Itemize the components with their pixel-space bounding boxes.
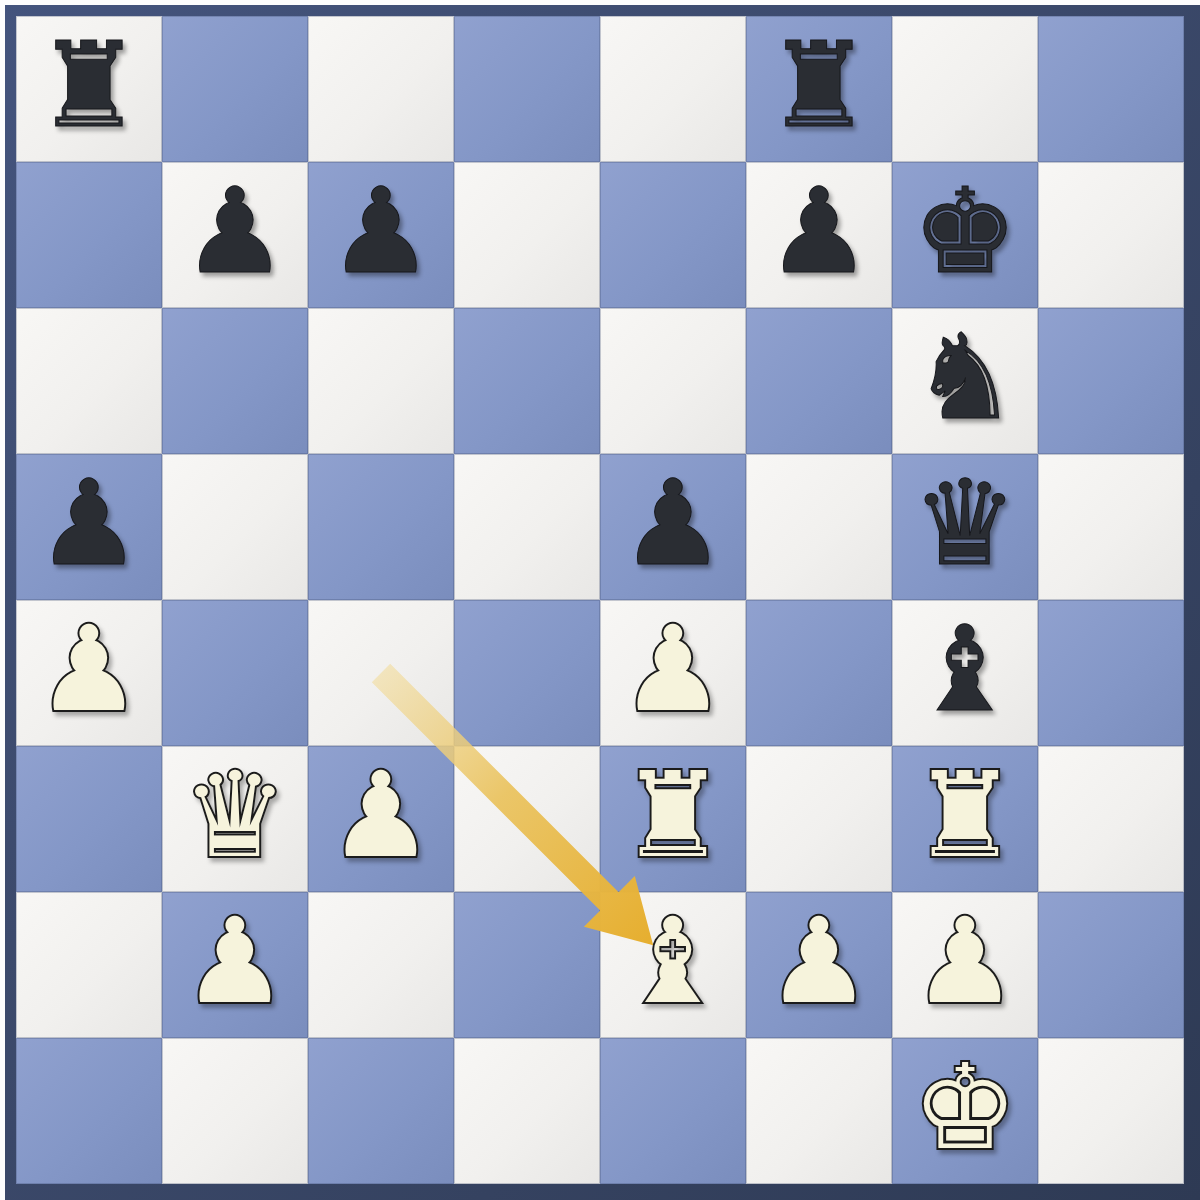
square-d1[interactable] — [454, 1038, 600, 1184]
piece-black-pawn-e5: ♟ — [620, 464, 726, 582]
square-h7[interactable] — [1038, 162, 1184, 308]
square-a4[interactable]: ♟ — [16, 600, 162, 746]
square-f8[interactable]: ♜ — [746, 16, 892, 162]
square-b7[interactable]: ♟ — [162, 162, 308, 308]
square-c6[interactable] — [308, 308, 454, 454]
square-e3[interactable]: ♜ — [600, 746, 746, 892]
square-f6[interactable] — [746, 308, 892, 454]
piece-black-rook-f8: ♜ — [766, 26, 872, 144]
square-b6[interactable] — [162, 308, 308, 454]
piece-black-knight-g6: ♞ — [912, 318, 1018, 436]
square-f3[interactable] — [746, 746, 892, 892]
square-c5[interactable] — [308, 454, 454, 600]
square-a3[interactable] — [16, 746, 162, 892]
square-c1[interactable] — [308, 1038, 454, 1184]
piece-white-rook-e3: ♜ — [620, 756, 726, 874]
square-f1[interactable] — [746, 1038, 892, 1184]
piece-white-queen-b3: ♛ — [182, 756, 288, 874]
square-d3[interactable] — [454, 746, 600, 892]
piece-black-pawn-a5: ♟ — [36, 464, 142, 582]
square-c3[interactable]: ♟ — [308, 746, 454, 892]
piece-black-rook-a8: ♜ — [36, 26, 142, 144]
piece-white-rook-g3: ♜ — [912, 756, 1018, 874]
square-g7[interactable]: ♚ — [892, 162, 1038, 308]
chess-board: ♜♜♟♟♟♚♞♟♟♛♟♟♝♛♟♜♜♟♝♟♟♚ — [16, 16, 1184, 1184]
square-g2[interactable]: ♟ — [892, 892, 1038, 1038]
square-b5[interactable] — [162, 454, 308, 600]
piece-black-bishop-g4: ♝ — [912, 610, 1018, 728]
square-d5[interactable] — [454, 454, 600, 600]
square-a7[interactable] — [16, 162, 162, 308]
square-e4[interactable]: ♟ — [600, 600, 746, 746]
square-h4[interactable] — [1038, 600, 1184, 746]
square-a8[interactable]: ♜ — [16, 16, 162, 162]
square-f7[interactable]: ♟ — [746, 162, 892, 308]
square-g3[interactable]: ♜ — [892, 746, 1038, 892]
square-h2[interactable] — [1038, 892, 1184, 1038]
square-b1[interactable] — [162, 1038, 308, 1184]
square-f5[interactable] — [746, 454, 892, 600]
piece-black-queen-g5: ♛ — [912, 464, 1018, 582]
piece-white-pawn-b2: ♟ — [182, 902, 288, 1020]
square-d7[interactable] — [454, 162, 600, 308]
square-c2[interactable] — [308, 892, 454, 1038]
square-e7[interactable] — [600, 162, 746, 308]
square-d4[interactable] — [454, 600, 600, 746]
square-e1[interactable] — [600, 1038, 746, 1184]
square-h6[interactable] — [1038, 308, 1184, 454]
piece-white-pawn-e4: ♟ — [620, 610, 726, 728]
square-a2[interactable] — [16, 892, 162, 1038]
square-d8[interactable] — [454, 16, 600, 162]
piece-white-pawn-g2: ♟ — [912, 902, 1018, 1020]
piece-white-bishop-e2: ♝ — [620, 902, 726, 1020]
piece-black-pawn-c7: ♟ — [328, 172, 434, 290]
square-h8[interactable] — [1038, 16, 1184, 162]
square-g4[interactable]: ♝ — [892, 600, 1038, 746]
square-g6[interactable]: ♞ — [892, 308, 1038, 454]
square-h5[interactable] — [1038, 454, 1184, 600]
square-c7[interactable]: ♟ — [308, 162, 454, 308]
square-d2[interactable] — [454, 892, 600, 1038]
piece-black-pawn-f7: ♟ — [766, 172, 872, 290]
square-b4[interactable] — [162, 600, 308, 746]
square-g5[interactable]: ♛ — [892, 454, 1038, 600]
square-a6[interactable] — [16, 308, 162, 454]
square-b8[interactable] — [162, 16, 308, 162]
piece-white-pawn-c3: ♟ — [328, 756, 434, 874]
square-a5[interactable]: ♟ — [16, 454, 162, 600]
square-b3[interactable]: ♛ — [162, 746, 308, 892]
square-g8[interactable] — [892, 16, 1038, 162]
square-c4[interactable] — [308, 600, 454, 746]
square-f2[interactable]: ♟ — [746, 892, 892, 1038]
square-a1[interactable] — [16, 1038, 162, 1184]
square-e5[interactable]: ♟ — [600, 454, 746, 600]
square-h1[interactable] — [1038, 1038, 1184, 1184]
piece-white-king-g1: ♚ — [912, 1048, 1018, 1166]
piece-black-pawn-b7: ♟ — [182, 172, 288, 290]
square-e6[interactable] — [600, 308, 746, 454]
piece-white-pawn-f2: ♟ — [766, 902, 872, 1020]
piece-white-pawn-a4: ♟ — [36, 610, 142, 728]
square-c8[interactable] — [308, 16, 454, 162]
square-f4[interactable] — [746, 600, 892, 746]
square-e8[interactable] — [600, 16, 746, 162]
square-g1[interactable]: ♚ — [892, 1038, 1038, 1184]
square-e2[interactable]: ♝ — [600, 892, 746, 1038]
piece-black-king-g7: ♚ — [912, 172, 1018, 290]
board-frame: ♜♜♟♟♟♚♞♟♟♛♟♟♝♛♟♜♜♟♝♟♟♚ — [0, 0, 1200, 1200]
square-h3[interactable] — [1038, 746, 1184, 892]
square-d6[interactable] — [454, 308, 600, 454]
square-b2[interactable]: ♟ — [162, 892, 308, 1038]
